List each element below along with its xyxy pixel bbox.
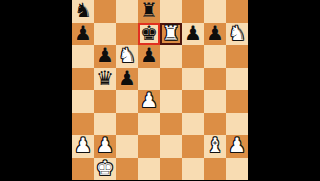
square-d7-check-highlight[interactable]: ♚ bbox=[138, 23, 160, 46]
piece-black-pawn[interactable]: ♟ bbox=[118, 68, 136, 88]
square-g8[interactable] bbox=[204, 0, 226, 23]
square-h6[interactable] bbox=[226, 45, 248, 68]
square-b6[interactable]: ♟ bbox=[94, 45, 116, 68]
square-g7[interactable]: ♟ bbox=[204, 23, 226, 46]
square-c7[interactable] bbox=[116, 23, 138, 46]
square-d6[interactable]: ♟ bbox=[138, 45, 160, 68]
piece-black-knight[interactable]: ♞ bbox=[74, 0, 92, 20]
square-f8[interactable] bbox=[182, 0, 204, 23]
square-g4[interactable] bbox=[204, 90, 226, 113]
square-f7[interactable]: ♟ bbox=[182, 23, 204, 46]
square-a8[interactable]: ♞ bbox=[72, 0, 94, 23]
piece-white-rook[interactable]: ♜ bbox=[162, 23, 180, 43]
square-e7-last-move-highlight[interactable]: ♜ bbox=[160, 23, 182, 46]
video-frame: ♞♜♟♚♜♟♟♞♟♞♟♛♟♟♟♟♝♟♚ bbox=[0, 0, 320, 180]
square-c6[interactable]: ♞ bbox=[116, 45, 138, 68]
square-h7[interactable]: ♞ bbox=[226, 23, 248, 46]
piece-white-knight[interactable]: ♞ bbox=[228, 23, 246, 43]
piece-black-pawn[interactable]: ♟ bbox=[206, 23, 224, 43]
square-h3[interactable] bbox=[226, 113, 248, 136]
chess-board[interactable]: ♞♜♟♚♜♟♟♞♟♞♟♛♟♟♟♟♝♟♚ bbox=[72, 0, 248, 180]
piece-white-bishop[interactable]: ♝ bbox=[206, 135, 224, 155]
piece-white-king[interactable]: ♚ bbox=[96, 158, 114, 178]
piece-black-king[interactable]: ♚ bbox=[140, 23, 158, 43]
square-f3[interactable] bbox=[182, 113, 204, 136]
square-h8[interactable] bbox=[226, 0, 248, 23]
square-e4[interactable] bbox=[160, 90, 182, 113]
piece-black-pawn[interactable]: ♟ bbox=[184, 23, 202, 43]
square-d8[interactable]: ♜ bbox=[138, 0, 160, 23]
square-c5[interactable]: ♟ bbox=[116, 68, 138, 91]
square-a3[interactable] bbox=[72, 113, 94, 136]
square-g1[interactable] bbox=[204, 158, 226, 181]
square-c8[interactable] bbox=[116, 0, 138, 23]
square-a7[interactable]: ♟ bbox=[72, 23, 94, 46]
square-d2[interactable] bbox=[138, 135, 160, 158]
letterbox-right bbox=[248, 0, 320, 180]
square-f2[interactable] bbox=[182, 135, 204, 158]
square-e3[interactable] bbox=[160, 113, 182, 136]
square-c2[interactable] bbox=[116, 135, 138, 158]
square-g6[interactable] bbox=[204, 45, 226, 68]
square-a5[interactable] bbox=[72, 68, 94, 91]
square-b7[interactable] bbox=[94, 23, 116, 46]
square-c3[interactable] bbox=[116, 113, 138, 136]
letterbox-left bbox=[0, 0, 72, 180]
square-f4[interactable] bbox=[182, 90, 204, 113]
square-b1[interactable]: ♚ bbox=[94, 158, 116, 181]
square-e8[interactable] bbox=[160, 0, 182, 23]
square-g3[interactable] bbox=[204, 113, 226, 136]
piece-white-knight[interactable]: ♞ bbox=[118, 45, 136, 65]
square-e2[interactable] bbox=[160, 135, 182, 158]
square-a4[interactable] bbox=[72, 90, 94, 113]
square-b2[interactable]: ♟ bbox=[94, 135, 116, 158]
square-h1[interactable] bbox=[226, 158, 248, 181]
piece-black-pawn[interactable]: ♟ bbox=[140, 45, 158, 65]
square-g2[interactable]: ♝ bbox=[204, 135, 226, 158]
square-a6[interactable] bbox=[72, 45, 94, 68]
piece-white-pawn[interactable]: ♟ bbox=[74, 135, 92, 155]
square-d5[interactable] bbox=[138, 68, 160, 91]
square-d4[interactable]: ♟ bbox=[138, 90, 160, 113]
piece-black-pawn[interactable]: ♟ bbox=[74, 23, 92, 43]
square-h4[interactable] bbox=[226, 90, 248, 113]
square-b8[interactable] bbox=[94, 0, 116, 23]
square-e1[interactable] bbox=[160, 158, 182, 181]
square-e5[interactable] bbox=[160, 68, 182, 91]
square-h5[interactable] bbox=[226, 68, 248, 91]
square-g5[interactable] bbox=[204, 68, 226, 91]
square-h2[interactable]: ♟ bbox=[226, 135, 248, 158]
piece-white-pawn[interactable]: ♟ bbox=[96, 135, 114, 155]
square-b5[interactable]: ♛ bbox=[94, 68, 116, 91]
square-c4[interactable] bbox=[116, 90, 138, 113]
piece-white-pawn[interactable]: ♟ bbox=[228, 135, 246, 155]
square-f1[interactable] bbox=[182, 158, 204, 181]
square-a2[interactable]: ♟ bbox=[72, 135, 94, 158]
square-b3[interactable] bbox=[94, 113, 116, 136]
square-a1[interactable] bbox=[72, 158, 94, 181]
piece-black-queen[interactable]: ♛ bbox=[96, 68, 114, 88]
square-f6[interactable] bbox=[182, 45, 204, 68]
piece-white-pawn[interactable]: ♟ bbox=[140, 90, 158, 110]
square-c1[interactable] bbox=[116, 158, 138, 181]
square-d1[interactable] bbox=[138, 158, 160, 181]
square-e6[interactable] bbox=[160, 45, 182, 68]
square-d3[interactable] bbox=[138, 113, 160, 136]
square-b4[interactable] bbox=[94, 90, 116, 113]
piece-black-rook[interactable]: ♜ bbox=[140, 0, 158, 20]
piece-black-pawn[interactable]: ♟ bbox=[96, 45, 114, 65]
square-f5[interactable] bbox=[182, 68, 204, 91]
